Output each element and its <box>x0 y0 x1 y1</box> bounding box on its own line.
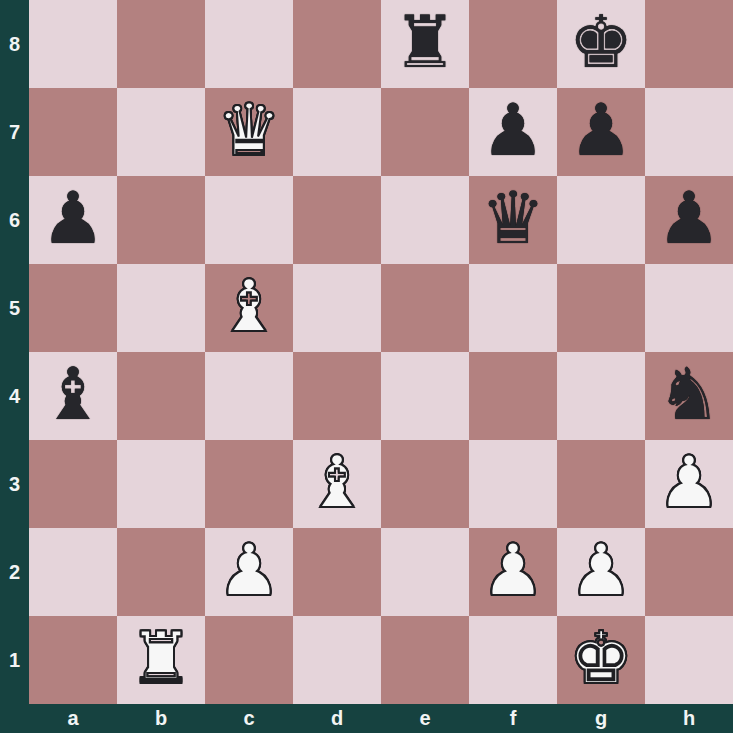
file-label-g: g <box>557 704 645 733</box>
square-a2[interactable] <box>29 528 117 616</box>
piece-white-bishop[interactable]: ♝ <box>305 438 370 526</box>
square-d7[interactable] <box>293 88 381 176</box>
piece-white-pawn[interactable]: ♟ <box>481 526 546 614</box>
square-b7[interactable] <box>117 88 205 176</box>
square-d5[interactable] <box>293 264 381 352</box>
piece-white-queen[interactable]: ♛ <box>217 86 282 174</box>
piece-black-king[interactable]: ♚ <box>569 0 634 86</box>
rank-label-3: 3 <box>0 440 29 528</box>
piece-black-knight[interactable]: ♞ <box>657 350 722 438</box>
piece-white-pawn[interactable]: ♟ <box>569 526 634 614</box>
square-e6[interactable] <box>381 176 469 264</box>
square-h8[interactable] <box>645 0 733 88</box>
square-b1[interactable]: ♜ <box>117 616 205 704</box>
square-g2[interactable]: ♟ <box>557 528 645 616</box>
square-b2[interactable] <box>117 528 205 616</box>
piece-white-rook[interactable]: ♜ <box>129 614 194 702</box>
piece-black-queen[interactable]: ♛ <box>481 174 546 262</box>
square-c5[interactable]: ♝ <box>205 264 293 352</box>
square-h3[interactable]: ♟ <box>645 440 733 528</box>
square-e8[interactable]: ♜ <box>381 0 469 88</box>
square-h7[interactable] <box>645 88 733 176</box>
square-d6[interactable] <box>293 176 381 264</box>
square-a7[interactable] <box>29 88 117 176</box>
square-a4[interactable]: ♝ <box>29 352 117 440</box>
square-c8[interactable] <box>205 0 293 88</box>
square-a1[interactable] <box>29 616 117 704</box>
square-b3[interactable] <box>117 440 205 528</box>
square-b8[interactable] <box>117 0 205 88</box>
square-g4[interactable] <box>557 352 645 440</box>
file-label-d: d <box>293 704 381 733</box>
square-g6[interactable] <box>557 176 645 264</box>
square-g5[interactable] <box>557 264 645 352</box>
square-a6[interactable]: ♟ <box>29 176 117 264</box>
piece-black-pawn[interactable]: ♟ <box>657 174 722 262</box>
piece-black-rook[interactable]: ♜ <box>393 0 458 86</box>
square-f3[interactable] <box>469 440 557 528</box>
file-label-c: c <box>205 704 293 733</box>
square-c7[interactable]: ♛ <box>205 88 293 176</box>
file-label-h: h <box>645 704 733 733</box>
piece-black-bishop[interactable]: ♝ <box>41 350 106 438</box>
square-e5[interactable] <box>381 264 469 352</box>
square-f7[interactable]: ♟ <box>469 88 557 176</box>
file-label-a: a <box>29 704 117 733</box>
rank-label-8: 8 <box>0 0 29 88</box>
square-b4[interactable] <box>117 352 205 440</box>
square-h1[interactable] <box>645 616 733 704</box>
square-h6[interactable]: ♟ <box>645 176 733 264</box>
rank-label-1: 1 <box>0 616 29 704</box>
rank-label-6: 6 <box>0 176 29 264</box>
square-c6[interactable] <box>205 176 293 264</box>
file-label-b: b <box>117 704 205 733</box>
square-f6[interactable]: ♛ <box>469 176 557 264</box>
square-d2[interactable] <box>293 528 381 616</box>
square-c4[interactable] <box>205 352 293 440</box>
square-d3[interactable]: ♝ <box>293 440 381 528</box>
square-e3[interactable] <box>381 440 469 528</box>
square-f8[interactable] <box>469 0 557 88</box>
square-d1[interactable] <box>293 616 381 704</box>
gutter-corner <box>0 704 29 733</box>
piece-white-pawn[interactable]: ♟ <box>657 438 722 526</box>
square-g3[interactable] <box>557 440 645 528</box>
square-e4[interactable] <box>381 352 469 440</box>
square-f1[interactable] <box>469 616 557 704</box>
square-e7[interactable] <box>381 88 469 176</box>
square-c2[interactable]: ♟ <box>205 528 293 616</box>
file-label-e: e <box>381 704 469 733</box>
rank-label-4: 4 <box>0 352 29 440</box>
square-d4[interactable] <box>293 352 381 440</box>
square-a5[interactable] <box>29 264 117 352</box>
square-h2[interactable] <box>645 528 733 616</box>
piece-black-pawn[interactable]: ♟ <box>481 86 546 174</box>
square-a8[interactable] <box>29 0 117 88</box>
square-a3[interactable] <box>29 440 117 528</box>
piece-black-pawn[interactable]: ♟ <box>569 86 634 174</box>
square-g8[interactable]: ♚ <box>557 0 645 88</box>
rank-label-5: 5 <box>0 264 29 352</box>
square-b6[interactable] <box>117 176 205 264</box>
square-b5[interactable] <box>117 264 205 352</box>
rank-label-7: 7 <box>0 88 29 176</box>
file-label-f: f <box>469 704 557 733</box>
square-f4[interactable] <box>469 352 557 440</box>
square-d8[interactable] <box>293 0 381 88</box>
piece-black-pawn[interactable]: ♟ <box>41 174 106 262</box>
square-h5[interactable] <box>645 264 733 352</box>
square-c3[interactable] <box>205 440 293 528</box>
square-e2[interactable] <box>381 528 469 616</box>
square-g1[interactable]: ♚ <box>557 616 645 704</box>
square-e1[interactable] <box>381 616 469 704</box>
square-f2[interactable]: ♟ <box>469 528 557 616</box>
square-c1[interactable] <box>205 616 293 704</box>
rank-label-2: 2 <box>0 528 29 616</box>
piece-white-pawn[interactable]: ♟ <box>217 526 282 614</box>
square-f5[interactable] <box>469 264 557 352</box>
square-h4[interactable]: ♞ <box>645 352 733 440</box>
chess-board: 8♜♚7♛♟♟6♟♛♟5♝4♝♞3♝♟2♟♟♟1♜♚abcdefgh <box>0 0 733 733</box>
piece-white-bishop[interactable]: ♝ <box>217 262 282 350</box>
square-g7[interactable]: ♟ <box>557 88 645 176</box>
piece-white-king[interactable]: ♚ <box>569 614 634 702</box>
